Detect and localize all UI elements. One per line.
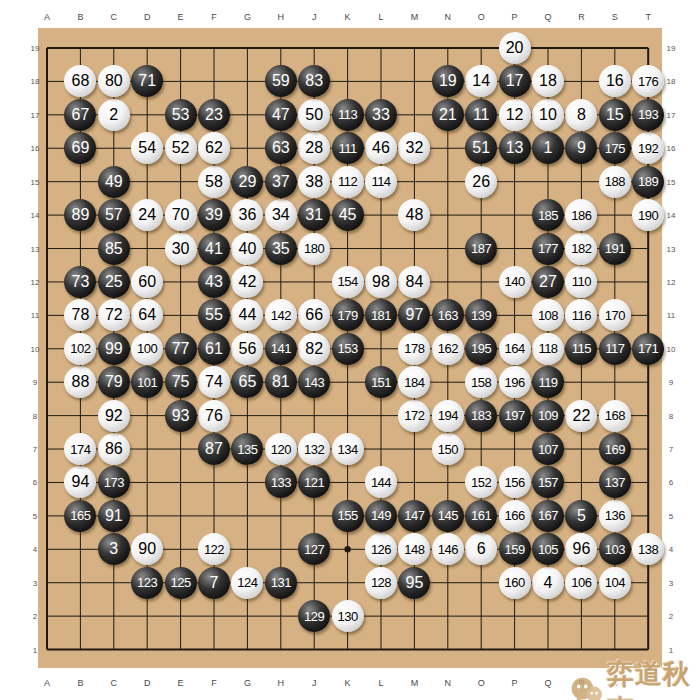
column-label: D <box>144 13 151 22</box>
move-number: 147 <box>404 508 424 523</box>
move-number: 157 <box>538 475 558 490</box>
move-number: 164 <box>504 341 524 356</box>
stone-white-84: 84 <box>398 266 430 298</box>
row-label: 19 <box>667 44 676 53</box>
row-label: 19 <box>31 44 40 53</box>
move-number: 193 <box>638 107 658 122</box>
move-number: 88 <box>71 373 89 391</box>
row-label: 15 <box>31 177 40 186</box>
stone-black-123: 123 <box>131 567 163 599</box>
stone-white-98: 98 <box>365 266 397 298</box>
move-number: 176 <box>638 74 658 89</box>
stone-black-121: 121 <box>298 466 330 498</box>
stone-white-4: 4 <box>532 567 564 599</box>
move-number: 188 <box>605 174 625 189</box>
column-label: M <box>411 13 419 22</box>
move-number: 110 <box>572 274 591 289</box>
stone-black-25: 25 <box>98 266 130 298</box>
move-number: 37 <box>272 173 290 191</box>
move-number: 129 <box>304 609 324 624</box>
move-number: 166 <box>504 508 524 523</box>
stone-black-57: 57 <box>98 199 130 231</box>
stone-white-120: 120 <box>265 433 297 465</box>
move-number: 63 <box>272 139 290 157</box>
move-number: 171 <box>638 341 658 356</box>
move-number: 32 <box>405 139 423 157</box>
stone-white-174: 174 <box>64 433 96 465</box>
stone-black-39: 39 <box>198 199 230 231</box>
stone-white-6: 6 <box>465 533 497 565</box>
stone-white-20: 20 <box>499 32 531 64</box>
stone-white-50: 50 <box>298 99 330 131</box>
stone-white-124: 124 <box>231 567 263 599</box>
move-number: 17 <box>506 72 524 90</box>
move-number: 93 <box>172 407 190 425</box>
move-number: 108 <box>538 308 558 323</box>
stone-black-53: 53 <box>165 99 197 131</box>
move-number: 8 <box>577 106 586 124</box>
move-number: 15 <box>606 106 624 124</box>
move-number: 3 <box>109 540 118 558</box>
move-number: 65 <box>238 373 256 391</box>
move-number: 168 <box>605 408 625 423</box>
row-label: 1 <box>33 645 37 654</box>
move-number: 170 <box>605 308 625 323</box>
stone-black-67: 67 <box>64 99 96 131</box>
stone-black-135: 135 <box>231 433 263 465</box>
move-number: 150 <box>438 442 458 457</box>
move-number: 196 <box>504 375 524 390</box>
row-label: 14 <box>667 211 676 220</box>
stone-black-111: 111 <box>332 132 364 164</box>
move-number: 70 <box>172 206 190 224</box>
move-number: 99 <box>105 340 123 358</box>
stone-white-16: 16 <box>599 65 631 97</box>
stone-white-26: 26 <box>465 166 497 198</box>
column-label: B <box>77 679 83 688</box>
row-label: 6 <box>33 478 37 487</box>
move-number: 131 <box>271 575 291 590</box>
move-number: 12 <box>506 106 524 124</box>
move-number: 152 <box>471 475 491 490</box>
column-label: R <box>578 13 585 22</box>
row-label: 16 <box>667 144 676 153</box>
row-label: 3 <box>33 578 37 587</box>
stone-white-64: 64 <box>131 299 163 331</box>
stone-white-80: 80 <box>98 65 130 97</box>
stone-white-102: 102 <box>64 333 96 365</box>
stone-black-61: 61 <box>198 333 230 365</box>
move-number: 95 <box>405 574 423 592</box>
stone-black-115: 115 <box>565 333 597 365</box>
move-number: 41 <box>205 240 223 258</box>
stone-black-29: 29 <box>231 166 263 198</box>
stone-black-43: 43 <box>198 266 230 298</box>
stone-white-112: 112 <box>332 166 364 198</box>
stone-black-7: 7 <box>198 567 230 599</box>
move-number: 72 <box>105 306 123 324</box>
column-label: A <box>44 13 50 22</box>
move-number: 189 <box>638 174 658 189</box>
stone-white-100: 100 <box>131 333 163 365</box>
stone-black-77: 77 <box>165 333 197 365</box>
stone-black-59: 59 <box>265 65 297 97</box>
move-number: 153 <box>337 341 357 356</box>
move-number: 145 <box>438 508 458 523</box>
move-number: 151 <box>371 375 391 390</box>
move-number: 120 <box>271 442 291 457</box>
move-number: 48 <box>405 206 423 224</box>
column-label: N <box>445 13 452 22</box>
row-label: 16 <box>31 144 40 153</box>
move-number: 130 <box>337 609 357 624</box>
stone-white-182: 182 <box>565 233 597 265</box>
move-number: 128 <box>371 575 391 590</box>
stone-black-139: 139 <box>465 299 497 331</box>
row-label: 2 <box>669 612 673 621</box>
move-number: 14 <box>472 72 490 90</box>
move-number: 140 <box>504 274 524 289</box>
stone-white-12: 12 <box>499 99 531 131</box>
stone-white-92: 92 <box>98 400 130 432</box>
move-number: 64 <box>138 306 156 324</box>
move-number: 123 <box>137 575 157 590</box>
stone-black-105: 105 <box>532 533 564 565</box>
stone-white-156: 156 <box>499 466 531 498</box>
stone-black-185: 185 <box>532 199 564 231</box>
row-label: 11 <box>667 311 675 320</box>
move-number: 9 <box>577 139 586 157</box>
move-number: 111 <box>338 141 356 156</box>
stone-white-170: 170 <box>599 299 631 331</box>
stone-white-176: 176 <box>632 65 664 97</box>
row-label: 18 <box>667 77 676 86</box>
move-number: 116 <box>572 308 591 323</box>
stone-black-169: 169 <box>599 433 631 465</box>
stone-white-66: 66 <box>298 299 330 331</box>
move-number: 46 <box>372 139 390 157</box>
stone-white-30: 30 <box>165 233 197 265</box>
move-number: 117 <box>605 341 624 356</box>
move-number: 20 <box>506 39 524 57</box>
move-number: 113 <box>338 107 357 122</box>
move-number: 25 <box>105 273 123 291</box>
stone-black-107: 107 <box>532 433 564 465</box>
move-number: 16 <box>606 72 624 90</box>
stone-white-160: 160 <box>499 567 531 599</box>
stone-white-52: 52 <box>165 132 197 164</box>
move-number: 56 <box>238 340 256 358</box>
move-number: 47 <box>272 106 290 124</box>
stone-white-114: 114 <box>365 166 397 198</box>
move-number: 104 <box>605 575 625 590</box>
move-number: 184 <box>404 375 424 390</box>
move-number: 172 <box>404 408 424 423</box>
stone-black-69: 69 <box>64 132 96 164</box>
stone-white-58: 58 <box>198 166 230 198</box>
stone-white-142: 142 <box>265 299 297 331</box>
stone-black-55: 55 <box>198 299 230 331</box>
stone-black-45: 45 <box>332 199 364 231</box>
move-number: 73 <box>71 273 89 291</box>
stone-black-187: 187 <box>465 233 497 265</box>
stone-black-183: 183 <box>465 400 497 432</box>
stone-black-181: 181 <box>365 299 397 331</box>
move-number: 30 <box>172 240 190 258</box>
stone-white-178: 178 <box>398 333 430 365</box>
move-number: 174 <box>70 442 90 457</box>
move-number: 55 <box>205 306 223 324</box>
move-number: 22 <box>572 407 590 425</box>
move-number: 74 <box>205 373 223 391</box>
row-label: 7 <box>669 445 673 454</box>
stone-white-24: 24 <box>131 199 163 231</box>
row-label: 15 <box>667 177 676 186</box>
stone-white-180: 180 <box>298 233 330 265</box>
column-label: J <box>312 679 317 688</box>
stone-black-197: 197 <box>499 400 531 432</box>
stone-white-42: 42 <box>231 266 263 298</box>
move-number: 143 <box>304 375 324 390</box>
stone-white-146: 146 <box>432 533 464 565</box>
stone-black-83: 83 <box>298 65 330 97</box>
stone-white-126: 126 <box>365 533 397 565</box>
row-label: 17 <box>667 110 676 119</box>
column-label: L <box>378 679 383 688</box>
stone-white-68: 68 <box>64 65 96 97</box>
stone-white-106: 106 <box>565 567 597 599</box>
stone-black-103: 103 <box>599 533 631 565</box>
move-number: 195 <box>471 341 491 356</box>
stone-white-40: 40 <box>231 233 263 265</box>
move-number: 180 <box>304 241 324 256</box>
stone-black-189: 189 <box>632 166 664 198</box>
row-label: 13 <box>667 244 676 253</box>
stone-white-128: 128 <box>365 567 397 599</box>
stone-black-3: 3 <box>98 533 130 565</box>
move-number: 122 <box>204 542 224 557</box>
move-number: 49 <box>105 173 123 191</box>
move-number: 181 <box>371 308 391 323</box>
stone-white-96: 96 <box>565 533 597 565</box>
move-number: 84 <box>405 273 423 291</box>
move-number: 125 <box>170 575 190 590</box>
move-number: 175 <box>605 141 625 156</box>
stone-black-101: 101 <box>131 366 163 398</box>
move-number: 169 <box>605 442 625 457</box>
row-label: 6 <box>669 478 673 487</box>
move-number: 90 <box>138 540 156 558</box>
stone-white-72: 72 <box>98 299 130 331</box>
move-number: 86 <box>105 440 123 458</box>
column-label: E <box>178 679 184 688</box>
move-number: 136 <box>605 508 625 523</box>
column-label: H <box>278 13 285 22</box>
move-number: 96 <box>572 540 590 558</box>
column-label: H <box>278 679 285 688</box>
stone-white-88: 88 <box>64 366 96 398</box>
stone-black-173: 173 <box>98 466 130 498</box>
row-label: 7 <box>33 445 37 454</box>
move-number: 197 <box>504 408 524 423</box>
row-label: 13 <box>31 244 40 253</box>
move-number: 2 <box>109 106 118 124</box>
move-number: 26 <box>472 173 490 191</box>
row-label: 2 <box>33 612 37 621</box>
stone-black-149: 149 <box>365 500 397 532</box>
stone-white-38: 38 <box>298 166 330 198</box>
row-label: 12 <box>31 277 40 286</box>
move-number: 59 <box>272 72 290 90</box>
move-number: 160 <box>504 575 524 590</box>
move-number: 85 <box>105 240 123 258</box>
move-number: 77 <box>172 340 190 358</box>
stone-white-104: 104 <box>599 567 631 599</box>
column-label: O <box>478 13 485 22</box>
move-number: 36 <box>238 206 256 224</box>
stone-black-95: 95 <box>398 567 430 599</box>
row-label: 9 <box>33 378 37 387</box>
row-label: 4 <box>33 545 37 554</box>
stone-black-65: 65 <box>231 366 263 398</box>
stone-white-14: 14 <box>465 65 497 97</box>
stone-white-18: 18 <box>532 65 564 97</box>
stone-white-54: 54 <box>131 132 163 164</box>
column-label: P <box>512 13 518 22</box>
stone-black-11: 11 <box>465 99 497 131</box>
stone-white-36: 36 <box>231 199 263 231</box>
stone-black-191: 191 <box>599 233 631 265</box>
column-label: S <box>612 13 618 22</box>
move-number: 124 <box>237 575 257 590</box>
stone-black-109: 109 <box>532 400 564 432</box>
stone-white-76: 76 <box>198 400 230 432</box>
move-number: 58 <box>205 173 223 191</box>
stone-black-99: 99 <box>98 333 130 365</box>
column-label: F <box>211 679 217 688</box>
move-number: 94 <box>71 473 89 491</box>
move-number: 190 <box>638 208 658 223</box>
move-number: 21 <box>439 106 457 124</box>
stone-white-32: 32 <box>398 132 430 164</box>
row-label: 5 <box>669 511 673 520</box>
row-label: 12 <box>667 277 676 286</box>
stone-white-136: 136 <box>599 500 631 532</box>
stone-white-90: 90 <box>131 533 163 565</box>
move-number: 194 <box>438 408 458 423</box>
stone-white-148: 148 <box>398 533 430 565</box>
move-number: 62 <box>205 139 223 157</box>
stone-white-164: 164 <box>499 333 531 365</box>
move-number: 177 <box>538 241 558 256</box>
move-number: 75 <box>172 373 190 391</box>
go-diagram: AABBCCDDEEFFGGHHJJKKLLMMNNOOPPQQRRSSTT19… <box>0 0 700 700</box>
move-number: 29 <box>238 173 256 191</box>
stone-black-117: 117 <box>599 333 631 365</box>
stone-black-127: 127 <box>298 533 330 565</box>
stone-black-19: 19 <box>432 65 464 97</box>
stone-black-15: 15 <box>599 99 631 131</box>
move-number: 92 <box>105 407 123 425</box>
move-number: 148 <box>404 542 424 557</box>
move-number: 39 <box>205 206 223 224</box>
stone-black-35: 35 <box>265 233 297 265</box>
move-number: 106 <box>571 575 591 590</box>
stone-white-150: 150 <box>432 433 464 465</box>
move-number: 144 <box>371 475 391 490</box>
stone-black-27: 27 <box>532 266 564 298</box>
stone-black-23: 23 <box>198 99 230 131</box>
column-label: G <box>244 13 251 22</box>
row-label: 10 <box>31 344 40 353</box>
row-label: 8 <box>669 411 673 420</box>
column-label: P <box>512 679 518 688</box>
column-label: E <box>178 13 184 22</box>
stone-white-86: 86 <box>98 433 130 465</box>
column-label: T <box>645 13 651 22</box>
move-number: 68 <box>71 72 89 90</box>
stone-white-134: 134 <box>332 433 364 465</box>
stone-white-108: 108 <box>532 299 564 331</box>
stone-black-89: 89 <box>64 199 96 231</box>
stone-white-154: 154 <box>332 266 364 298</box>
move-number: 33 <box>372 106 390 124</box>
move-number: 82 <box>305 340 323 358</box>
stone-black-137: 137 <box>599 466 631 498</box>
move-number: 165 <box>70 508 90 523</box>
move-number: 126 <box>371 542 391 557</box>
move-number: 135 <box>237 442 257 457</box>
column-label: K <box>345 13 351 22</box>
stone-white-82: 82 <box>298 333 330 365</box>
stone-black-51: 51 <box>465 132 497 164</box>
row-label: 1 <box>669 645 673 654</box>
stone-white-22: 22 <box>565 400 597 432</box>
row-label: 3 <box>669 578 673 587</box>
stone-black-75: 75 <box>165 366 197 398</box>
row-label: 9 <box>669 378 673 387</box>
stone-black-175: 175 <box>599 132 631 164</box>
stone-black-21: 21 <box>432 99 464 131</box>
move-number: 5 <box>577 507 586 525</box>
move-number: 40 <box>238 240 256 258</box>
move-number: 178 <box>404 341 424 356</box>
move-number: 6 <box>477 540 486 558</box>
stone-black-155: 155 <box>332 500 364 532</box>
stone-black-157: 157 <box>532 466 564 498</box>
move-number: 44 <box>238 306 256 324</box>
row-label: 4 <box>669 545 673 554</box>
stone-black-41: 41 <box>198 233 230 265</box>
move-number: 67 <box>71 106 89 124</box>
move-number: 69 <box>71 139 89 157</box>
stone-white-62: 62 <box>198 132 230 164</box>
stone-white-140: 140 <box>499 266 531 298</box>
move-number: 89 <box>71 206 89 224</box>
move-number: 19 <box>439 72 457 90</box>
move-number: 28 <box>305 139 323 157</box>
column-label: Q <box>544 13 551 22</box>
row-label: 11 <box>31 311 39 320</box>
stone-white-44: 44 <box>231 299 263 331</box>
move-number: 91 <box>105 507 123 525</box>
move-number: 54 <box>138 139 156 157</box>
brand-text: 弈道秋声 <box>607 656 700 700</box>
brand-footer: 弈道秋声 <box>570 656 700 700</box>
stone-white-46: 46 <box>365 132 397 164</box>
stone-white-116: 116 <box>565 299 597 331</box>
stone-white-2: 2 <box>98 99 130 131</box>
